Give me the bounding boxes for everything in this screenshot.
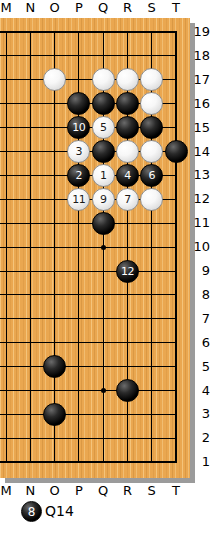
coord-right-14: 14: [193, 145, 210, 159]
stone-black-Q14: [92, 140, 115, 163]
stone-number: 10: [72, 122, 85, 133]
move-1-stone-white-Q13: 1: [92, 164, 115, 187]
move-2-stone-black-P13: 2: [67, 164, 90, 187]
stone-white-R17: [116, 68, 139, 91]
coord-right-2: 2: [193, 431, 210, 445]
coord-right-8: 8: [193, 288, 210, 302]
stone-number: 2: [76, 170, 83, 181]
coord-bottom-N: N: [21, 484, 39, 498]
stone-number: 11: [72, 194, 85, 205]
coord-right-7: 7: [193, 312, 210, 326]
stone-white-S17: [140, 68, 163, 91]
stone-number: 7: [124, 194, 131, 205]
stone-black-P16: [67, 92, 90, 115]
move-3-stone-white-P14: 3: [67, 140, 90, 163]
coord-bottom-Q: Q: [94, 484, 112, 498]
stone-white-Q17: [92, 68, 115, 91]
stone-white-S14: [140, 140, 163, 163]
coord-right-4: 4: [193, 384, 210, 398]
stone-black-O5: [43, 355, 66, 378]
coord-right-6: 6: [193, 336, 210, 350]
move-5-stone-white-Q15: 5: [92, 116, 115, 139]
coord-right-15: 15: [193, 121, 210, 135]
stone-black-S15: [140, 116, 163, 139]
coord-right-1: 1: [193, 455, 210, 469]
stone-black-R4: [116, 379, 139, 402]
stone-black-R16: [116, 92, 139, 115]
coord-right-12: 12: [193, 192, 210, 206]
move-10-stone-black-P15: 10: [67, 116, 90, 139]
grid-line-row-7: [0, 318, 177, 319]
move-11-stone-white-P12: 11: [67, 188, 90, 211]
coord-top-T: T: [167, 1, 185, 15]
stone-black-R15: [116, 116, 139, 139]
grid-line-row-11: [0, 223, 177, 224]
coord-right-16: 16: [193, 97, 210, 111]
coord-bottom-P: P: [70, 484, 88, 498]
coord-right-3: 3: [193, 407, 210, 421]
grid-line-row-9: [0, 271, 177, 272]
coord-right-19: 19: [193, 25, 210, 39]
coord-top-M: M: [0, 1, 15, 15]
grid-line-row-19: [0, 31, 177, 33]
grid-line-row-3: [0, 414, 177, 415]
grid-line-row-4: [0, 390, 177, 391]
move-6-stone-black-S13: 6: [140, 164, 163, 187]
stone-black-T14: [165, 140, 188, 163]
grid-line-row-10: [0, 247, 177, 248]
grid-line-row-6: [0, 342, 177, 343]
caption-stone-number: 8: [28, 506, 36, 518]
stone-number: 3: [76, 146, 83, 157]
stone-white-S12: [140, 188, 163, 211]
stone-black-O3: [43, 403, 66, 426]
grid-line-row-1: [0, 461, 177, 463]
move-4-stone-black-R13: 4: [116, 164, 139, 187]
caption-move-point: Q14: [45, 503, 74, 519]
coord-bottom-S: S: [143, 484, 161, 498]
stone-number: 9: [100, 194, 107, 205]
caption-stone-move-8: 8: [21, 501, 42, 522]
coord-right-10: 10: [193, 240, 210, 254]
coord-bottom-T: T: [167, 484, 185, 498]
move-9-stone-white-Q12: 9: [92, 188, 115, 211]
coord-top-Q: Q: [94, 1, 112, 15]
coord-bottom-R: R: [118, 484, 136, 498]
coord-right-13: 13: [193, 168, 210, 182]
stone-black-Q16: [92, 92, 115, 115]
coord-bottom-O: O: [46, 484, 64, 498]
coord-right-9: 9: [193, 264, 210, 278]
grid-line-row-2: [0, 438, 177, 439]
stone-number: 6: [148, 170, 155, 181]
grid-line-row-5: [0, 366, 177, 367]
coord-right-17: 17: [193, 73, 210, 87]
grid-line-row-18: [0, 55, 177, 56]
coord-bottom-M: M: [0, 484, 15, 498]
coord-right-5: 5: [193, 360, 210, 374]
star-point-Q4: [101, 388, 106, 393]
coord-right-18: 18: [193, 49, 210, 63]
stone-number: 4: [124, 170, 131, 181]
stone-white-O17: [43, 68, 66, 91]
go-board: 12345679101112: [0, 18, 190, 478]
grid-line-row-8: [0, 294, 177, 295]
move-12-stone-black-R9: 12: [116, 260, 139, 283]
go-diagram: MNOPQRST 12345679101112 1918171615141312…: [0, 0, 212, 537]
move-caption: 8 Q14: [0, 500, 212, 526]
coord-top-S: S: [143, 1, 161, 15]
coord-right-11: 11: [193, 216, 210, 230]
coord-top-O: O: [46, 1, 64, 15]
coord-top-P: P: [70, 1, 88, 15]
stone-number: 12: [121, 266, 134, 277]
coord-top-R: R: [118, 1, 136, 15]
move-7-stone-white-R12: 7: [116, 188, 139, 211]
star-point-Q10: [101, 245, 106, 250]
stone-white-S16: [140, 92, 163, 115]
stone-number: 1: [100, 170, 107, 181]
stone-white-R14: [116, 140, 139, 163]
stone-number: 5: [100, 122, 107, 133]
coord-top-N: N: [21, 1, 39, 15]
stone-black-Q11: [92, 212, 115, 235]
